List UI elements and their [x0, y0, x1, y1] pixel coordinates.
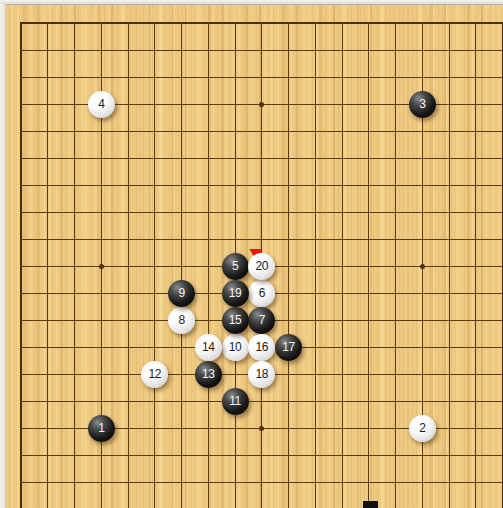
window-left-edge: [0, 4, 6, 508]
stone-number: 4: [98, 98, 104, 110]
stone-number: 20: [256, 260, 268, 272]
stone-black-5: 5: [222, 253, 249, 280]
stone-black-17: 17: [275, 334, 302, 361]
stone-number: 5: [232, 260, 238, 272]
stone-white-10: 10: [222, 334, 249, 361]
stone-number: 7: [259, 314, 265, 326]
stone-white-16: 16: [248, 334, 275, 361]
stone-number: 18: [256, 368, 268, 380]
star-point-9-15: [259, 426, 264, 431]
grid-line-vertical-11: [315, 22, 316, 508]
grid-line-vertical-12: [342, 22, 343, 508]
stone-black-3: 3: [409, 91, 436, 118]
stone-black-1: 1: [88, 415, 115, 442]
stone-number: 17: [282, 341, 294, 353]
stone-number: 1: [98, 422, 104, 434]
stone-white-14: 14: [195, 334, 222, 361]
grid-line-horizontal-16: [20, 455, 503, 456]
stone-number: 9: [178, 287, 184, 299]
star-point-9-3: [259, 102, 264, 107]
stone-white-6: 6: [248, 280, 275, 307]
stone-black-13: 13: [195, 361, 222, 388]
stone-number: 12: [149, 368, 161, 380]
stone-number: 13: [202, 368, 214, 380]
stone-number: 3: [419, 98, 425, 110]
grid-line-vertical-13: [368, 22, 369, 508]
go-app-window: 1234567891011121314151617181920: [0, 0, 503, 508]
stone-white-20: 20: [248, 253, 275, 280]
stone-black-9: 9: [168, 280, 195, 307]
grid-line-vertical-16: [449, 22, 450, 508]
stone-white-4: 4: [88, 91, 115, 118]
stone-black-15: 15: [222, 307, 249, 334]
star-point-3-9: [99, 264, 104, 269]
stone-number: 8: [178, 314, 184, 326]
bottom-ui-fragment: [363, 501, 378, 508]
go-board[interactable]: 1234567891011121314151617181920: [0, 0, 503, 508]
stone-number: 11: [229, 395, 240, 407]
stone-white-18: 18: [248, 361, 275, 388]
stone-number: 16: [256, 341, 268, 353]
stone-black-11: 11: [222, 388, 249, 415]
stone-black-19: 19: [222, 280, 249, 307]
stone-black-7: 7: [248, 307, 275, 334]
stone-white-8: 8: [168, 307, 195, 334]
grid-line-vertical-14: [395, 22, 396, 508]
stone-number: 15: [229, 314, 241, 326]
stone-number: 19: [229, 287, 241, 299]
star-point-15-9: [420, 264, 425, 269]
stone-number: 10: [229, 341, 241, 353]
stone-number: 14: [202, 341, 214, 353]
grid-line-vertical-10: [288, 22, 289, 508]
stone-white-2: 2: [409, 415, 436, 442]
grid-line-horizontal-17: [20, 482, 503, 483]
grid-line-horizontal-14: [20, 401, 503, 402]
window-top-edge: [0, 0, 503, 5]
stone-white-12: 12: [141, 361, 168, 388]
stone-number: 2: [419, 422, 425, 434]
grid-line-vertical-17: [475, 22, 476, 508]
stone-number: 6: [259, 287, 265, 299]
